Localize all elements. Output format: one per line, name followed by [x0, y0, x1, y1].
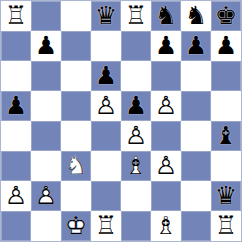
square-g5[interactable] — [181, 91, 211, 121]
piece-black-pawn[interactable]: ♟ — [91, 61, 121, 91]
square-b8[interactable] — [31, 1, 61, 31]
black-knight-icon: ♞ — [151, 1, 181, 31]
square-g7[interactable]: ♟ — [181, 31, 211, 61]
square-a6[interactable] — [1, 61, 31, 91]
piece-black-king[interactable]: ♚ — [211, 1, 241, 31]
square-b6[interactable] — [31, 61, 61, 91]
piece-white-king[interactable]: ♚♔ — [61, 211, 91, 241]
square-h5[interactable] — [211, 91, 241, 121]
white-pawn-outline-icon: ♙ — [121, 121, 151, 151]
square-b4[interactable] — [31, 121, 61, 151]
piece-white-pawn[interactable]: ♟♙ — [1, 181, 31, 211]
piece-black-knight[interactable]: ♞ — [181, 1, 211, 31]
piece-white-rook[interactable]: ♜♖ — [211, 211, 241, 241]
black-bishop-icon: ♝ — [211, 121, 241, 151]
white-rook-outline-icon: ♖ — [91, 211, 121, 241]
square-b7[interactable]: ♟ — [31, 31, 61, 61]
white-pawn-outline-icon: ♙ — [151, 91, 181, 121]
square-a5[interactable]: ♟ — [1, 91, 31, 121]
square-h3[interactable] — [211, 151, 241, 181]
piece-white-rook[interactable]: ♜♖ — [91, 211, 121, 241]
black-pawn-icon: ♟ — [91, 61, 121, 91]
piece-white-rook[interactable]: ♜♖ — [1, 1, 31, 31]
black-pawn-icon: ♟ — [151, 31, 181, 61]
square-c2[interactable] — [61, 181, 91, 211]
square-g6[interactable] — [181, 61, 211, 91]
square-h2[interactable]: ♛ — [211, 181, 241, 211]
square-b2[interactable]: ♟♙ — [31, 181, 61, 211]
square-c5[interactable] — [61, 91, 91, 121]
white-knight-outline-icon: ♘ — [61, 151, 91, 181]
square-c1[interactable]: ♚♔ — [61, 211, 91, 241]
square-d6[interactable]: ♟ — [91, 61, 121, 91]
square-a7[interactable] — [1, 31, 31, 61]
square-d4[interactable] — [91, 121, 121, 151]
piece-black-pawn[interactable]: ♟ — [211, 31, 241, 61]
square-c3[interactable]: ♞♘ — [61, 151, 91, 181]
square-g8[interactable]: ♞ — [181, 1, 211, 31]
black-king-icon: ♚ — [211, 1, 241, 31]
square-a3[interactable] — [1, 151, 31, 181]
square-f6[interactable] — [151, 61, 181, 91]
white-bishop-outline-icon: ♗ — [151, 211, 181, 241]
square-e5[interactable]: ♟ — [121, 91, 151, 121]
square-b1[interactable] — [31, 211, 61, 241]
black-queen-icon: ♛ — [211, 181, 241, 211]
square-h8[interactable]: ♚ — [211, 1, 241, 31]
square-b5[interactable] — [31, 91, 61, 121]
white-pawn-outline-icon: ♙ — [91, 91, 121, 121]
square-e3[interactable]: ♝♗ — [121, 151, 151, 181]
square-f1[interactable]: ♝♗ — [151, 211, 181, 241]
square-d3[interactable] — [91, 151, 121, 181]
square-d8[interactable]: ♛ — [91, 1, 121, 31]
square-f8[interactable]: ♞ — [151, 1, 181, 31]
piece-black-pawn[interactable]: ♟ — [1, 91, 31, 121]
square-c7[interactable] — [61, 31, 91, 61]
piece-white-rook[interactable]: ♜♖ — [121, 1, 151, 31]
square-a8[interactable]: ♜♖ — [1, 1, 31, 31]
black-queen-icon: ♛ — [91, 1, 121, 31]
piece-white-pawn[interactable]: ♟♙ — [151, 151, 181, 181]
square-e6[interactable] — [121, 61, 151, 91]
black-pawn-icon: ♟ — [31, 31, 61, 61]
piece-black-pawn[interactable]: ♟ — [121, 91, 151, 121]
square-e4[interactable]: ♟♙ — [121, 121, 151, 151]
black-pawn-icon: ♟ — [211, 31, 241, 61]
black-pawn-icon: ♟ — [181, 31, 211, 61]
black-knight-icon: ♞ — [181, 1, 211, 31]
piece-white-pawn[interactable]: ♟♙ — [31, 181, 61, 211]
piece-white-pawn[interactable]: ♟♙ — [91, 91, 121, 121]
piece-white-bishop[interactable]: ♝♗ — [121, 151, 151, 181]
square-f7[interactable]: ♟ — [151, 31, 181, 61]
white-rook-outline-icon: ♖ — [1, 1, 31, 31]
square-f5[interactable]: ♟♙ — [151, 91, 181, 121]
square-h7[interactable]: ♟ — [211, 31, 241, 61]
square-h1[interactable]: ♜♖ — [211, 211, 241, 241]
square-c8[interactable] — [61, 1, 91, 31]
square-a4[interactable] — [1, 121, 31, 151]
white-pawn-outline-icon: ♙ — [1, 181, 31, 211]
square-c4[interactable] — [61, 121, 91, 151]
white-pawn-outline-icon: ♙ — [31, 181, 61, 211]
piece-black-queen[interactable]: ♛ — [211, 181, 241, 211]
square-a1[interactable] — [1, 211, 31, 241]
square-g1[interactable] — [181, 211, 211, 241]
piece-black-knight[interactable]: ♞ — [151, 1, 181, 31]
square-e7[interactable] — [121, 31, 151, 61]
square-f4[interactable] — [151, 121, 181, 151]
black-pawn-icon: ♟ — [121, 91, 151, 121]
piece-black-pawn[interactable]: ♟ — [31, 31, 61, 61]
square-h4[interactable]: ♝ — [211, 121, 241, 151]
square-b3[interactable] — [31, 151, 61, 181]
piece-black-bishop[interactable]: ♝ — [211, 121, 241, 151]
chess-board: ♜♖♛♜♖♞♞♚♟♟♟♟♟♟♟♙♟♟♙♟♙♝♞♘♝♗♟♙♟♙♟♙♛♚♔♜♖♝♗♜… — [0, 0, 242, 242]
white-rook-outline-icon: ♖ — [121, 1, 151, 31]
square-e1[interactable] — [121, 211, 151, 241]
square-e8[interactable]: ♜♖ — [121, 1, 151, 31]
square-a2[interactable]: ♟♙ — [1, 181, 31, 211]
square-g4[interactable] — [181, 121, 211, 151]
piece-black-pawn[interactable]: ♟ — [151, 31, 181, 61]
square-e2[interactable] — [121, 181, 151, 211]
square-d7[interactable] — [91, 31, 121, 61]
square-f2[interactable] — [151, 181, 181, 211]
square-f3[interactable]: ♟♙ — [151, 151, 181, 181]
white-rook-outline-icon: ♖ — [211, 211, 241, 241]
square-d2[interactable] — [91, 181, 121, 211]
black-pawn-icon: ♟ — [1, 91, 31, 121]
square-d5[interactable]: ♟♙ — [91, 91, 121, 121]
piece-black-pawn[interactable]: ♟ — [181, 31, 211, 61]
square-g2[interactable] — [181, 181, 211, 211]
square-g3[interactable] — [181, 151, 211, 181]
square-d1[interactable]: ♜♖ — [91, 211, 121, 241]
piece-white-pawn[interactable]: ♟♙ — [121, 121, 151, 151]
piece-black-queen[interactable]: ♛ — [91, 1, 121, 31]
white-pawn-outline-icon: ♙ — [151, 151, 181, 181]
piece-white-knight[interactable]: ♞♘ — [61, 151, 91, 181]
white-king-outline-icon: ♔ — [61, 211, 91, 241]
white-bishop-outline-icon: ♗ — [121, 151, 151, 181]
square-c6[interactable] — [61, 61, 91, 91]
piece-white-bishop[interactable]: ♝♗ — [151, 211, 181, 241]
piece-white-pawn[interactable]: ♟♙ — [151, 91, 181, 121]
square-h6[interactable] — [211, 61, 241, 91]
